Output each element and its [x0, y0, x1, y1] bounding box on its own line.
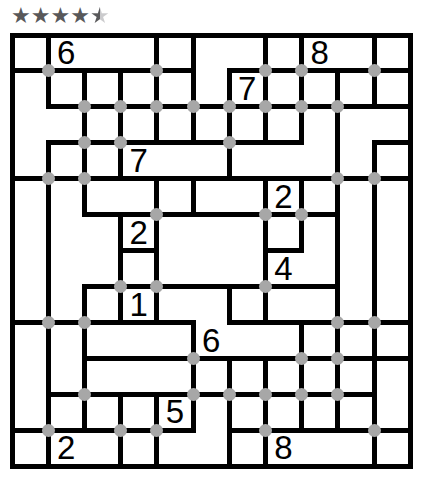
- wall-segment: [227, 320, 413, 325]
- clue-number: 7: [121, 143, 157, 179]
- junction-dot: [295, 208, 308, 221]
- junction-dot: [368, 424, 381, 437]
- wall-segment: [10, 176, 413, 181]
- wall-segment: [118, 248, 159, 253]
- wall-segment: [372, 140, 413, 145]
- junction-dot: [150, 208, 163, 221]
- junction-dot: [78, 100, 91, 113]
- wall-segment: [82, 284, 87, 433]
- wall-segment: [10, 33, 413, 38]
- wall-segment: [335, 68, 340, 433]
- wall-segment: [191, 33, 196, 146]
- junction-dot: [223, 100, 236, 113]
- junction-dot: [187, 388, 200, 401]
- junction-dot: [114, 100, 127, 113]
- clue-number: 4: [265, 251, 301, 287]
- wall-segment: [263, 248, 304, 253]
- junction-dot: [368, 64, 381, 77]
- difficulty-star-icon: ★: [90, 5, 110, 27]
- wall-segment: [227, 428, 413, 433]
- junction-dot: [259, 100, 272, 113]
- clue-number: 6: [193, 323, 229, 359]
- junction-dot: [259, 208, 272, 221]
- wall-segment: [191, 176, 196, 217]
- junction-dot: [78, 172, 91, 185]
- junction-dot: [223, 388, 236, 401]
- wall-segment: [82, 356, 413, 361]
- junction-dot: [331, 352, 344, 365]
- junction-dot: [223, 136, 236, 149]
- junction-dot: [259, 424, 272, 437]
- wall-segment: [408, 33, 413, 469]
- junction-dot: [42, 424, 55, 437]
- wall-segment: [227, 68, 413, 73]
- clue-number: 2: [48, 430, 84, 466]
- wall-segment: [191, 320, 196, 433]
- puzzle-screenshot: ★★★★★ 687722416528: [0, 0, 424, 484]
- wall-segment: [46, 392, 377, 397]
- clue-number: 2: [121, 215, 157, 251]
- junction-dot: [78, 136, 91, 149]
- junction-dot: [150, 280, 163, 293]
- star-rating: ★★★★★: [11, 3, 110, 29]
- junction-dot: [150, 424, 163, 437]
- junction-dot: [331, 100, 344, 113]
- junction-dot: [295, 64, 308, 77]
- wall-segment: [10, 320, 196, 325]
- wall-segment: [10, 33, 15, 469]
- difficulty-star-icon: ★: [31, 5, 51, 27]
- clue-number: 8: [302, 35, 338, 71]
- junction-dot: [187, 352, 200, 365]
- clue-number: 5: [157, 395, 193, 431]
- junction-dot: [42, 64, 55, 77]
- junction-dot: [368, 316, 381, 329]
- junction-dot: [368, 172, 381, 185]
- wall-segment: [299, 33, 304, 146]
- wall-segment: [227, 68, 232, 181]
- junction-dot: [114, 424, 127, 437]
- junction-dot: [42, 172, 55, 185]
- junction-dot: [295, 352, 308, 365]
- wall-segment: [10, 428, 196, 433]
- wall-segment: [118, 212, 123, 325]
- junction-dot: [295, 388, 308, 401]
- wall-segment: [46, 140, 51, 469]
- wall-segment: [154, 33, 159, 146]
- wall-segment: [299, 320, 304, 433]
- difficulty-star-icon: ★: [50, 5, 70, 27]
- wall-segment: [227, 356, 232, 469]
- junction-dot: [331, 388, 344, 401]
- junction-dot: [42, 316, 55, 329]
- wall-segment: [372, 140, 377, 469]
- junction-dot: [78, 388, 91, 401]
- junction-dot: [78, 316, 91, 329]
- clue-number: 1: [121, 287, 157, 323]
- difficulty-star-icon: ★: [70, 5, 90, 27]
- wall-segment: [263, 33, 268, 146]
- junction-dot: [259, 388, 272, 401]
- wall-segment: [263, 356, 268, 469]
- junction-dot: [331, 172, 344, 185]
- junction-dot: [331, 316, 344, 329]
- wall-segment: [263, 176, 268, 325]
- junction-dot: [150, 100, 163, 113]
- wall-segment: [10, 464, 413, 469]
- junction-dot: [150, 64, 163, 77]
- wall-segment: [227, 284, 232, 325]
- wall-segment: [154, 176, 159, 325]
- junction-dot: [187, 100, 200, 113]
- junction-dot: [259, 64, 272, 77]
- difficulty-star-icon: ★: [11, 5, 31, 27]
- wall-segment: [10, 68, 196, 73]
- junction-dot: [295, 100, 308, 113]
- clue-number: 8: [265, 430, 301, 466]
- wall-segment: [118, 68, 123, 181]
- junction-dot: [259, 280, 272, 293]
